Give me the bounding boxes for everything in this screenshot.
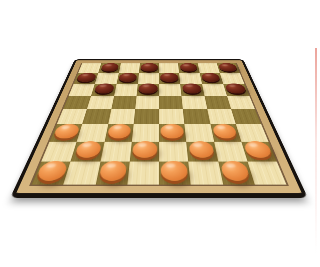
square-r8c8 [247, 161, 286, 184]
square-r6c4 [132, 124, 159, 141]
square-r6c5[interactable] [159, 124, 186, 141]
light-piece[interactable] [161, 124, 184, 139]
square-r2c4 [138, 73, 159, 84]
square-r2c8 [220, 73, 245, 84]
square-r7c2[interactable] [71, 141, 105, 161]
dark-piece[interactable] [118, 73, 137, 82]
square-r4c3[interactable] [111, 96, 136, 109]
square-r8c6 [188, 161, 222, 184]
square-r5c4[interactable] [133, 109, 159, 124]
board-scene [0, 0, 320, 267]
square-r2c5[interactable] [159, 73, 180, 84]
square-r7c5 [159, 141, 188, 161]
light-piece[interactable] [132, 141, 157, 158]
square-r1c3 [119, 63, 140, 73]
board-grid [32, 63, 287, 184]
square-r3c3 [114, 84, 138, 96]
square-r1c2[interactable] [98, 63, 120, 73]
dark-piece[interactable] [218, 63, 238, 71]
square-r4c2 [87, 96, 114, 109]
square-r4c5[interactable] [159, 96, 183, 109]
square-r2c6 [179, 73, 201, 84]
dark-piece[interactable] [180, 63, 198, 71]
light-piece[interactable] [53, 124, 81, 139]
light-piece[interactable] [98, 161, 127, 181]
square-r7c6[interactable] [186, 141, 218, 161]
square-r6c8 [236, 124, 269, 141]
dark-piece[interactable] [76, 73, 97, 82]
dark-piece[interactable] [224, 83, 246, 93]
square-r8c5[interactable] [159, 161, 191, 184]
square-r4c6 [182, 96, 207, 109]
light-piece[interactable] [243, 141, 273, 158]
square-r1c5 [159, 63, 179, 73]
dark-piece[interactable] [160, 73, 178, 82]
square-r3c8[interactable] [223, 84, 249, 96]
dark-piece[interactable] [93, 83, 114, 93]
square-r5c8[interactable] [231, 109, 261, 124]
square-r5c2[interactable] [82, 109, 111, 124]
square-r2c3[interactable] [116, 73, 138, 84]
board-frame [10, 59, 308, 198]
square-r4c8 [227, 96, 255, 109]
square-r8c2 [63, 161, 100, 184]
checkers-board [10, 59, 308, 198]
square-r2c2 [95, 73, 119, 84]
light-piece[interactable] [220, 161, 251, 181]
screen-edge-artifact [315, 48, 317, 253]
dark-piece[interactable] [138, 83, 157, 93]
square-r7c8[interactable] [241, 141, 277, 161]
light-piece[interactable] [188, 141, 215, 158]
square-r1c8[interactable] [217, 63, 240, 73]
square-r7c4[interactable] [130, 141, 159, 161]
square-r1c6[interactable] [178, 63, 199, 73]
square-r3c5 [159, 84, 182, 96]
square-r4c4 [135, 96, 159, 109]
square-r8c3[interactable] [95, 161, 129, 184]
square-r8c4 [127, 161, 159, 184]
square-r3c6[interactable] [180, 84, 204, 96]
light-piece[interactable] [35, 161, 68, 181]
square-r5c5 [159, 109, 185, 124]
square-r5c3 [108, 109, 135, 124]
square-r3c4[interactable] [136, 84, 159, 96]
square-r3c2[interactable] [91, 84, 116, 96]
light-piece[interactable] [161, 161, 188, 181]
light-piece[interactable] [107, 124, 132, 139]
dark-piece[interactable] [100, 63, 119, 71]
square-r1c4[interactable] [139, 63, 159, 73]
dark-piece[interactable] [140, 63, 157, 71]
square-r6c3[interactable] [104, 124, 133, 141]
light-piece[interactable] [212, 124, 238, 139]
square-r6c2 [77, 124, 108, 141]
square-r5c6[interactable] [183, 109, 210, 124]
dark-piece[interactable] [182, 83, 202, 93]
dark-piece[interactable] [201, 73, 221, 82]
light-piece[interactable] [74, 141, 103, 158]
square-r7c3 [100, 141, 132, 161]
square-r6c6 [185, 124, 214, 141]
